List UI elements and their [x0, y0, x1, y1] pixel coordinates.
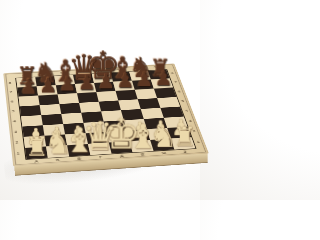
square-b4 [41, 114, 63, 125]
square-a1: ♜ [25, 147, 48, 160]
chess-board: АБВГДЕЖЗ АБВГДЕЖЗ 87654321 87654321 ♜♞♝♛… [3, 63, 200, 166]
square-f1: ♝ [130, 140, 154, 152]
square-h2: ♟ [167, 127, 191, 139]
square-e1: ♚ [109, 141, 133, 153]
square-h3 [164, 117, 188, 129]
square-d1: ♛ [88, 143, 112, 155]
product-photo-scene: АБВГДЕЖЗ АБВГДЕЖЗ 87654321 87654321 ♜♞♝♛… [0, 0, 200, 200]
square-e4 [101, 110, 124, 121]
playing-field: ♜♞♝♛♚♝♞♜♟♟♟♟♟♟♟♟♟♟♟♟♟♟♟♟♜♞♝♛♚♝♞♜ [15, 69, 196, 160]
square-c1: ♝ [67, 144, 90, 156]
square-e5 [99, 100, 121, 111]
square-c2: ♟ [65, 133, 88, 145]
square-b1: ♞ [46, 145, 69, 158]
square-c4 [61, 113, 83, 124]
square-b6 [38, 94, 59, 105]
square-h1: ♜ [171, 137, 196, 149]
